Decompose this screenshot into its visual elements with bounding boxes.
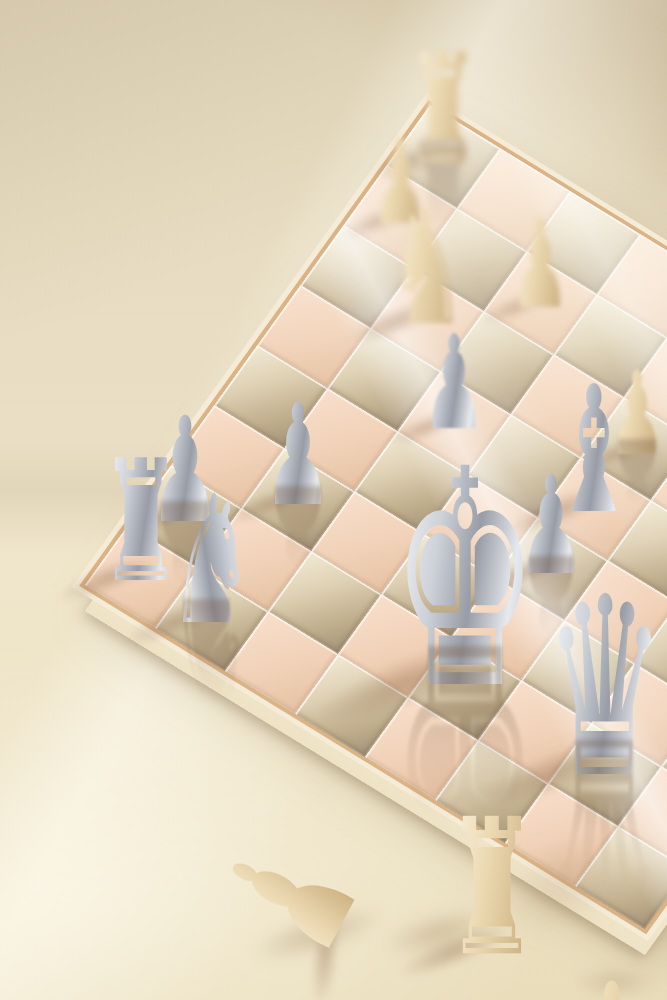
product-photo-chess-scene: ♜♜♟♞♟♟♟♝♟♟♟♟♟♜♞♞♟♟♚♚♛♛♟♜♟♟ (0, 0, 667, 1000)
piece-silver-knight-b1[interactable]: ♞♞ (132, 489, 292, 631)
wood-pawn-glyph: ♟ (510, 217, 570, 315)
wood-pawn-glyph: ♟ (569, 978, 655, 1000)
wood-rook-glyph: ♜ (446, 813, 539, 963)
piece-wood-pawn-wood-pawn-partial-right[interactable]: ♟ (534, 978, 667, 1000)
knight-mirror-reflection: ♞ (168, 589, 256, 731)
piece-wood-pawn-c7[interactable]: ♟ (486, 217, 595, 315)
wood-pawn-glyph: ♟ (212, 828, 370, 964)
piece-silver-queen-g2[interactable]: ♛♛ (493, 588, 667, 786)
piece-wood-rook-wood-rook-standing[interactable]: ♜ (408, 813, 577, 963)
